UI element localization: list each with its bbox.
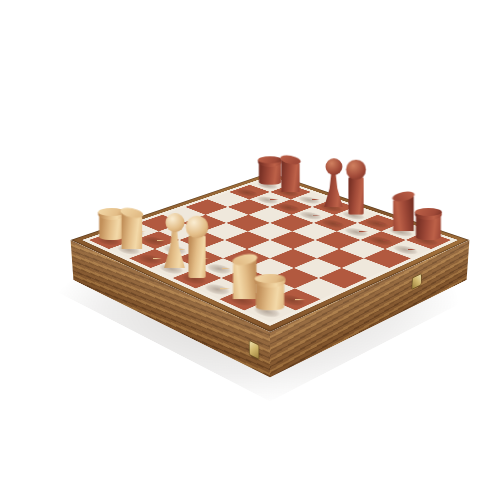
bishop-shape xyxy=(142,207,163,259)
product-photo-canvas xyxy=(0,0,500,500)
bishop-shape xyxy=(209,234,231,289)
brass-clasp-front-right xyxy=(412,274,421,288)
king-shape xyxy=(186,216,207,278)
queen-shape xyxy=(163,213,185,268)
brass-clasp-front-left xyxy=(250,341,259,359)
chess-box-3d xyxy=(71,172,470,332)
pawn-shape xyxy=(284,269,307,299)
pawn-shape xyxy=(373,213,394,240)
pawn-shape xyxy=(397,222,418,249)
rook-shape xyxy=(255,274,286,310)
knight-shape xyxy=(233,255,256,300)
knight-shape xyxy=(121,208,142,249)
